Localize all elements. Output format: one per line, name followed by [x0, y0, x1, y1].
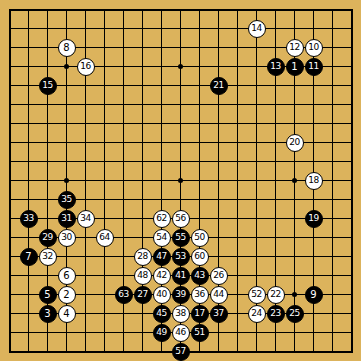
stone-1: 1	[286, 58, 304, 76]
stone-41: 41	[172, 267, 190, 285]
stone-33: 33	[20, 210, 38, 228]
stone-7: 7	[20, 248, 38, 266]
stone-46: 46	[172, 324, 190, 342]
stone-63: 63	[115, 286, 133, 304]
stone-4: 4	[58, 305, 76, 323]
stone-43: 43	[191, 267, 209, 285]
stone-19: 19	[305, 210, 323, 228]
stone-49: 49	[153, 324, 171, 342]
grid-line-vertical	[237, 10, 238, 352]
stone-2: 2	[58, 286, 76, 304]
stone-36: 36	[191, 286, 209, 304]
stone-8: 8	[58, 39, 76, 57]
stone-31: 31	[58, 210, 76, 228]
stone-23: 23	[267, 305, 285, 323]
stone-15: 15	[39, 77, 57, 95]
stone-11: 11	[305, 58, 323, 76]
stone-50: 50	[191, 229, 209, 247]
stone-51: 51	[191, 324, 209, 342]
stone-47: 47	[153, 248, 171, 266]
star-point	[64, 178, 69, 183]
go-board[interactable]: 1234567891011121314151617181920212223242…	[0, 0, 361, 361]
stone-20: 20	[286, 134, 304, 152]
stone-12: 12	[286, 39, 304, 57]
stone-24: 24	[248, 305, 266, 323]
stone-9: 9	[305, 286, 323, 304]
stone-45: 45	[153, 305, 171, 323]
star-point	[292, 292, 297, 297]
stone-53: 53	[172, 248, 190, 266]
stone-56: 56	[172, 210, 190, 228]
stone-17: 17	[191, 305, 209, 323]
stone-62: 62	[153, 210, 171, 228]
stone-42: 42	[153, 267, 171, 285]
stone-48: 48	[134, 267, 152, 285]
stone-6: 6	[58, 267, 76, 285]
stone-55: 55	[172, 229, 190, 247]
stone-57: 57	[172, 343, 190, 361]
star-point	[178, 178, 183, 183]
stone-22: 22	[267, 286, 285, 304]
stone-5: 5	[39, 286, 57, 304]
stone-16: 16	[77, 58, 95, 76]
stone-64: 64	[96, 229, 114, 247]
stone-28: 28	[134, 248, 152, 266]
stone-26: 26	[210, 267, 228, 285]
grid-line-vertical	[332, 10, 333, 352]
stone-10: 10	[305, 39, 323, 57]
stone-40: 40	[153, 286, 171, 304]
star-point	[64, 64, 69, 69]
stone-39: 39	[172, 286, 190, 304]
stone-37: 37	[210, 305, 228, 323]
stone-38: 38	[172, 305, 190, 323]
stone-32: 32	[39, 248, 57, 266]
stone-13: 13	[267, 58, 285, 76]
stone-35: 35	[58, 191, 76, 209]
stone-54: 54	[153, 229, 171, 247]
stone-3: 3	[39, 305, 57, 323]
star-point	[292, 178, 297, 183]
stone-14: 14	[248, 20, 266, 38]
stone-30: 30	[58, 229, 76, 247]
stone-34: 34	[77, 210, 95, 228]
stone-25: 25	[286, 305, 304, 323]
stone-60: 60	[191, 248, 209, 266]
star-point	[178, 64, 183, 69]
stone-44: 44	[210, 286, 228, 304]
stone-29: 29	[39, 229, 57, 247]
stone-18: 18	[305, 172, 323, 190]
stone-52: 52	[248, 286, 266, 304]
stone-21: 21	[210, 77, 228, 95]
stone-27: 27	[134, 286, 152, 304]
